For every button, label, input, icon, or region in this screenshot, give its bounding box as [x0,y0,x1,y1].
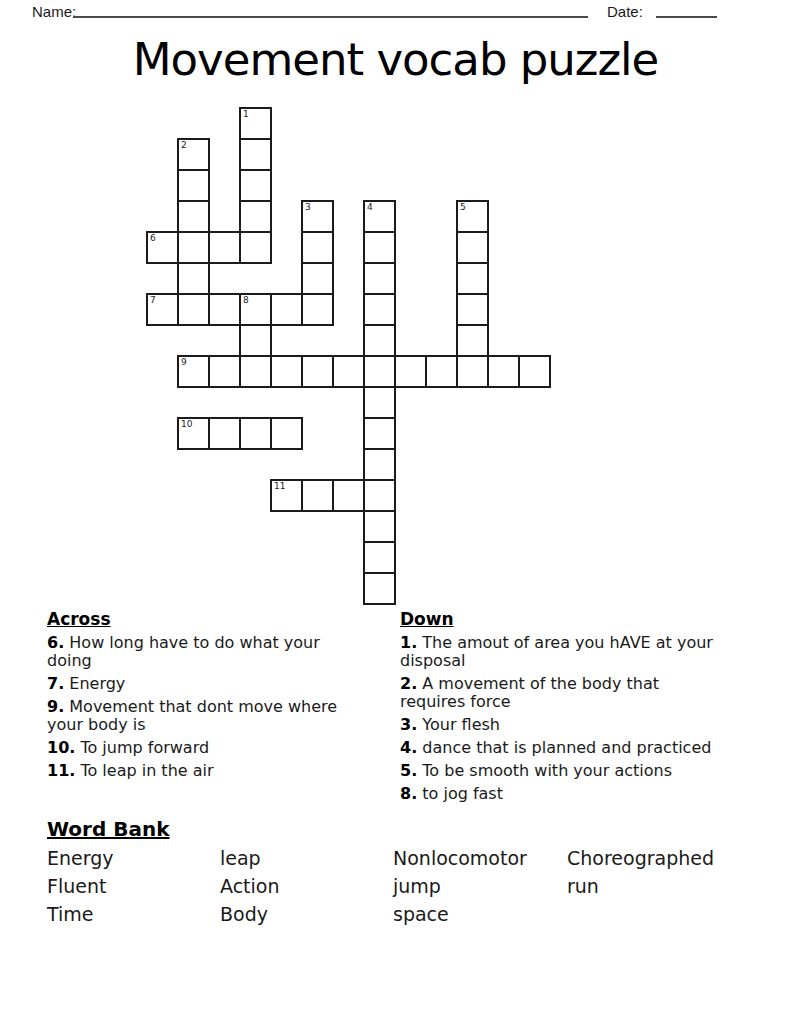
grid-cell[interactable] [301,355,334,388]
across-clue-list: 6. How long have to do what yourdoing7. … [47,634,397,780]
grid-cell[interactable] [363,386,396,419]
word-bank-word: Fluent [47,876,220,897]
clue: 7. Energy [47,675,397,693]
grid-cell[interactable]: 7 [146,293,179,326]
grid-cell[interactable] [363,262,396,295]
grid-cell[interactable] [239,138,272,171]
clue: 1. The amout of area you hAVE at yourdis… [400,634,780,670]
grid-cell[interactable] [487,355,520,388]
grid-cell[interactable]: 8 [239,293,272,326]
word-bank-heading: Word Bank [47,818,170,841]
word-bank-word: Body [220,904,393,925]
grid-cell[interactable]: 11 [270,479,303,512]
clue-number: 11 [274,481,285,492]
name-input-line[interactable] [73,2,588,18]
page-title: Movement vocab puzzle [0,33,791,86]
grid-cell[interactable] [239,200,272,233]
grid-cell[interactable] [208,417,241,450]
grid-cell[interactable] [363,293,396,326]
name-label: Name: [32,3,76,20]
grid-cell[interactable] [363,572,396,605]
down-clue-list: 1. The amout of area you hAVE at yourdis… [400,634,780,803]
grid-cell[interactable]: 6 [146,231,179,264]
grid-cell[interactable] [177,262,210,295]
grid-cell[interactable] [456,324,489,357]
down-clues: Down 1. The amout of area you hAVE at yo… [400,610,780,808]
clue: 5. To be smooth with your actions [400,762,780,780]
word-bank-word: Nonlocomotor [393,848,567,869]
word-bank-word: leap [220,848,393,869]
word-bank-word: Choreographed [567,848,747,869]
grid-cell[interactable]: 1 [239,107,272,140]
grid-cell[interactable] [456,262,489,295]
grid-cell[interactable] [394,355,427,388]
grid-cell[interactable] [363,417,396,450]
grid-cell[interactable] [301,293,334,326]
grid-cell[interactable]: 4 [363,200,396,233]
across-clues: Across 6. How long have to do what yourd… [47,610,397,785]
grid-cell[interactable] [425,355,458,388]
word-bank-word: jump [393,876,567,897]
clue-number: 1 [243,109,249,120]
clue-number: 7 [150,295,156,306]
clue: 4. dance that is planned and practiced [400,739,780,757]
clue-number: 4 [367,202,373,213]
grid-cell[interactable] [332,355,365,388]
clue: 3. Your flesh [400,716,780,734]
grid-cell[interactable] [239,355,272,388]
grid-cell[interactable] [456,355,489,388]
grid-cell[interactable] [208,355,241,388]
grid-cell[interactable] [301,231,334,264]
grid-cell[interactable]: 5 [456,200,489,233]
grid-cell[interactable] [270,417,303,450]
grid-cell[interactable] [518,355,551,388]
grid-cell[interactable]: 2 [177,138,210,171]
grid-cell[interactable] [270,355,303,388]
clue-number: 3 [305,202,311,213]
grid-cell[interactable]: 3 [301,200,334,233]
grid-cell[interactable] [456,231,489,264]
grid-cell[interactable] [177,231,210,264]
clue-number: 10 [181,419,192,430]
clue-number: 6 [150,233,156,244]
grid-cell[interactable] [239,169,272,202]
clue: 10. To jump forward [47,739,397,757]
word-bank-word: space [393,904,567,925]
clue: 8. to jog fast [400,785,780,803]
date-label: Date: [607,3,643,20]
grid-cell[interactable] [239,231,272,264]
date-input-line[interactable] [656,2,717,18]
grid-cell[interactable] [363,541,396,574]
clue-number: 5 [460,202,466,213]
word-bank-word: Time [47,904,220,925]
clue: 9. Movement that dont move whereyour bod… [47,698,397,734]
clue-number: 2 [181,140,187,151]
crossword-grid: 1234567891011 [146,107,551,605]
clue-number: 9 [181,357,187,368]
grid-cell[interactable] [363,448,396,481]
grid-cell[interactable] [270,293,303,326]
grid-cell[interactable] [363,324,396,357]
clue: 11. To leap in the air [47,762,397,780]
across-heading: Across [47,610,397,629]
word-bank-word: Action [220,876,393,897]
grid-cell[interactable] [208,293,241,326]
word-bank-word: Energy [47,848,220,869]
grid-cell[interactable] [363,510,396,543]
grid-cell[interactable] [363,479,396,512]
grid-cell[interactable]: 10 [177,417,210,450]
grid-cell[interactable] [177,293,210,326]
grid-cell[interactable] [208,231,241,264]
grid-cell[interactable] [301,479,334,512]
grid-cell[interactable] [239,417,272,450]
grid-cell[interactable] [239,324,272,357]
word-bank-word: run [567,876,747,897]
grid-cell[interactable] [363,355,396,388]
clue: 2. A movement of the body thatrequires f… [400,675,780,711]
grid-cell[interactable] [177,200,210,233]
grid-cell[interactable] [332,479,365,512]
down-heading: Down [400,610,780,629]
word-bank: EnergyleapNonlocomotorChoreographedFluen… [47,848,747,925]
grid-cell[interactable] [177,169,210,202]
clue: 6. How long have to do what yourdoing [47,634,397,670]
clue-number: 8 [243,295,249,306]
grid-cell[interactable] [363,231,396,264]
grid-cell[interactable] [456,293,489,326]
worksheet-page: Name: Date: Movement vocab puzzle 123456… [0,0,791,1024]
grid-cell[interactable]: 9 [177,355,210,388]
grid-cell[interactable] [301,262,334,295]
